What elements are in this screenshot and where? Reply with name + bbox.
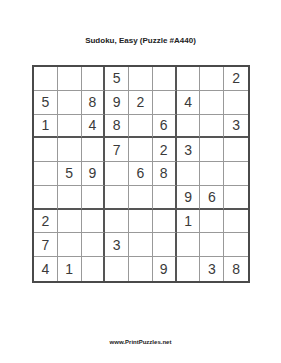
sudoku-cell-r2c1: 5 bbox=[34, 91, 58, 115]
sudoku-cell-r3c2 bbox=[58, 115, 82, 139]
sudoku-cell-r9c1: 4 bbox=[34, 257, 58, 281]
sudoku-board: 525892414863723596896217341938 bbox=[32, 65, 250, 283]
sudoku-cell-r5c8 bbox=[200, 162, 224, 186]
sudoku-cell-r1c2 bbox=[58, 67, 82, 91]
sudoku-cell-r8c9 bbox=[224, 233, 248, 257]
sudoku-cell-r5c4 bbox=[105, 162, 129, 186]
sudoku-cell-r7c2 bbox=[58, 210, 82, 234]
sudoku-cell-r7c4 bbox=[105, 210, 129, 234]
sudoku-cell-r7c1: 2 bbox=[34, 210, 58, 234]
sudoku-cell-r4c1 bbox=[34, 138, 58, 162]
sudoku-cell-r7c9 bbox=[224, 210, 248, 234]
sudoku-cell-r1c8 bbox=[200, 67, 224, 91]
sudoku-cell-r3c5 bbox=[129, 115, 153, 139]
sudoku-cell-r2c3: 8 bbox=[82, 91, 106, 115]
sudoku-cell-r2c4: 9 bbox=[105, 91, 129, 115]
sudoku-cell-r2c2 bbox=[58, 91, 82, 115]
sudoku-cell-r4c2 bbox=[58, 138, 82, 162]
sudoku-cell-r4c9 bbox=[224, 138, 248, 162]
sudoku-cell-r1c5 bbox=[129, 67, 153, 91]
sudoku-cell-r6c8: 6 bbox=[200, 186, 224, 210]
sudoku-cell-r7c3 bbox=[82, 210, 106, 234]
sudoku-cell-r9c4 bbox=[105, 257, 129, 281]
sudoku-cell-r3c1: 1 bbox=[34, 115, 58, 139]
printable-sudoku-page: Sudoku, Easy (Puzzle #A440) 525892414863… bbox=[0, 0, 281, 363]
sudoku-cell-r4c8 bbox=[200, 138, 224, 162]
page-title: Sudoku, Easy (Puzzle #A440) bbox=[0, 36, 281, 45]
sudoku-cell-r8c1: 7 bbox=[34, 233, 58, 257]
sudoku-cell-r7c6 bbox=[153, 210, 177, 234]
sudoku-cell-r7c8 bbox=[200, 210, 224, 234]
sudoku-cell-r6c7: 9 bbox=[177, 186, 201, 210]
sudoku-cell-r8c8 bbox=[200, 233, 224, 257]
sudoku-cell-r6c4 bbox=[105, 186, 129, 210]
sudoku-cell-r3c3: 4 bbox=[82, 115, 106, 139]
sudoku-cell-r3c7 bbox=[177, 115, 201, 139]
sudoku-cell-r5c3: 9 bbox=[82, 162, 106, 186]
sudoku-cell-r8c5 bbox=[129, 233, 153, 257]
sudoku-cell-r2c9 bbox=[224, 91, 248, 115]
sudoku-cell-r4c4: 7 bbox=[105, 138, 129, 162]
sudoku-cell-r2c6 bbox=[153, 91, 177, 115]
sudoku-cell-r9c7 bbox=[177, 257, 201, 281]
sudoku-cell-r8c3 bbox=[82, 233, 106, 257]
sudoku-cell-r6c9 bbox=[224, 186, 248, 210]
sudoku-cell-r4c6: 2 bbox=[153, 138, 177, 162]
sudoku-cell-r5c1 bbox=[34, 162, 58, 186]
sudoku-cell-r3c6: 6 bbox=[153, 115, 177, 139]
sudoku-cell-r1c6 bbox=[153, 67, 177, 91]
sudoku-cell-r5c7 bbox=[177, 162, 201, 186]
sudoku-cell-r6c1 bbox=[34, 186, 58, 210]
sudoku-cell-r6c5 bbox=[129, 186, 153, 210]
sudoku-cell-r5c5: 6 bbox=[129, 162, 153, 186]
sudoku-cell-r8c2 bbox=[58, 233, 82, 257]
sudoku-cell-r5c6: 8 bbox=[153, 162, 177, 186]
sudoku-cell-r8c4: 3 bbox=[105, 233, 129, 257]
sudoku-cell-r3c4: 8 bbox=[105, 115, 129, 139]
sudoku-cell-r1c1 bbox=[34, 67, 58, 91]
sudoku-cell-r9c3 bbox=[82, 257, 106, 281]
sudoku-cell-r6c6 bbox=[153, 186, 177, 210]
sudoku-cell-r9c6: 9 bbox=[153, 257, 177, 281]
sudoku-cell-r7c7: 1 bbox=[177, 210, 201, 234]
sudoku-cell-r6c2 bbox=[58, 186, 82, 210]
sudoku-cell-r9c9: 8 bbox=[224, 257, 248, 281]
sudoku-cell-r1c9: 2 bbox=[224, 67, 248, 91]
sudoku-cell-r5c2: 5 bbox=[58, 162, 82, 186]
sudoku-cell-r4c5 bbox=[129, 138, 153, 162]
sudoku-cell-r5c9 bbox=[224, 162, 248, 186]
sudoku-cell-r6c3 bbox=[82, 186, 106, 210]
sudoku-cell-r9c2: 1 bbox=[58, 257, 82, 281]
sudoku-cell-r2c7: 4 bbox=[177, 91, 201, 115]
sudoku-cell-r1c3 bbox=[82, 67, 106, 91]
sudoku-cell-r8c6 bbox=[153, 233, 177, 257]
sudoku-cell-r4c3 bbox=[82, 138, 106, 162]
sudoku-cell-r3c9: 3 bbox=[224, 115, 248, 139]
sudoku-cell-r3c8 bbox=[200, 115, 224, 139]
sudoku-cell-r8c7 bbox=[177, 233, 201, 257]
sudoku-cell-r1c7 bbox=[177, 67, 201, 91]
sudoku-cell-r2c8 bbox=[200, 91, 224, 115]
sudoku-cell-r9c8: 3 bbox=[200, 257, 224, 281]
sudoku-cell-r7c5 bbox=[129, 210, 153, 234]
source-url-text: www.PrintPuzzles.net bbox=[0, 339, 281, 345]
sudoku-cell-r1c4: 5 bbox=[105, 67, 129, 91]
sudoku-cell-r9c5 bbox=[129, 257, 153, 281]
sudoku-cell-r4c7: 3 bbox=[177, 138, 201, 162]
sudoku-cell-r2c5: 2 bbox=[129, 91, 153, 115]
